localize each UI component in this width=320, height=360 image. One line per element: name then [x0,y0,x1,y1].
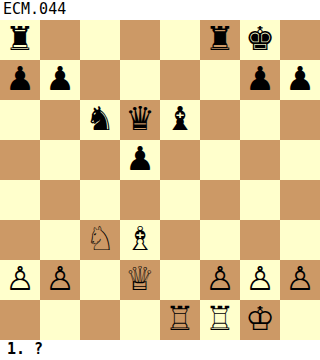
piece-white-pawn: ♙ [5,260,35,299]
square-f2[interactable]: ♙ [200,260,240,300]
piece-black-king: ♚ [245,20,275,59]
square-a1[interactable] [0,300,40,340]
square-h2[interactable]: ♙ [280,260,320,300]
square-d2[interactable]: ♕ [120,260,160,300]
square-d5[interactable]: ♟ [120,140,160,180]
square-a4[interactable] [0,180,40,220]
square-f7[interactable] [200,60,240,100]
square-b3[interactable] [40,220,80,260]
square-a5[interactable] [0,140,40,180]
piece-white-pawn: ♙ [45,260,75,299]
square-g8[interactable]: ♚ [240,20,280,60]
square-c5[interactable] [80,140,120,180]
square-d1[interactable] [120,300,160,340]
square-b2[interactable]: ♙ [40,260,80,300]
piece-black-bishop: ♝ [165,100,195,139]
square-h6[interactable] [280,100,320,140]
square-h7[interactable]: ♟ [280,60,320,100]
square-f4[interactable] [200,180,240,220]
piece-white-pawn: ♙ [285,260,315,299]
square-a2[interactable]: ♙ [0,260,40,300]
square-e8[interactable] [160,20,200,60]
square-b1[interactable] [40,300,80,340]
square-e1[interactable]: ♖ [160,300,200,340]
piece-white-knight: ♘ [85,220,115,259]
square-g7[interactable]: ♟ [240,60,280,100]
square-g3[interactable] [240,220,280,260]
piece-black-pawn: ♟ [245,60,275,99]
square-h8[interactable] [280,20,320,60]
square-h5[interactable] [280,140,320,180]
square-c1[interactable] [80,300,120,340]
piece-white-king: ♔ [245,300,275,339]
square-d4[interactable] [120,180,160,220]
square-a6[interactable] [0,100,40,140]
square-b5[interactable] [40,140,80,180]
square-a7[interactable]: ♟ [0,60,40,100]
piece-black-rook: ♜ [5,20,35,59]
piece-white-rook: ♖ [165,300,195,339]
square-f6[interactable] [200,100,240,140]
piece-black-queen: ♛ [125,100,155,139]
move-prompt: 1. ? [0,340,320,360]
square-c8[interactable] [80,20,120,60]
square-b6[interactable] [40,100,80,140]
chess-puzzle-window: ECM.044 ♜♜♚♟♟♟♟♞♛♝♟♘♗♙♙♕♙♙♙♖♖♔ 1. ? [0,0,320,360]
square-d6[interactable]: ♛ [120,100,160,140]
square-b7[interactable]: ♟ [40,60,80,100]
square-g4[interactable] [240,180,280,220]
square-g1[interactable]: ♔ [240,300,280,340]
square-c6[interactable]: ♞ [80,100,120,140]
square-e6[interactable]: ♝ [160,100,200,140]
piece-white-pawn: ♙ [245,260,275,299]
square-f8[interactable]: ♜ [200,20,240,60]
piece-black-pawn: ♟ [45,60,75,99]
piece-white-rook: ♖ [205,300,235,339]
square-e5[interactable] [160,140,200,180]
square-f5[interactable] [200,140,240,180]
square-b4[interactable] [40,180,80,220]
square-b8[interactable] [40,20,80,60]
square-e2[interactable] [160,260,200,300]
square-d7[interactable] [120,60,160,100]
square-e7[interactable] [160,60,200,100]
piece-white-bishop: ♗ [125,220,155,259]
piece-black-pawn: ♟ [5,60,35,99]
square-d3[interactable]: ♗ [120,220,160,260]
square-c3[interactable]: ♘ [80,220,120,260]
square-g5[interactable] [240,140,280,180]
puzzle-title: ECM.044 [0,0,320,20]
square-d8[interactable] [120,20,160,60]
square-h4[interactable] [280,180,320,220]
square-c4[interactable] [80,180,120,220]
square-h3[interactable] [280,220,320,260]
piece-white-queen: ♕ [125,260,155,299]
square-a8[interactable]: ♜ [0,20,40,60]
piece-white-pawn: ♙ [205,260,235,299]
square-f1[interactable]: ♖ [200,300,240,340]
square-h1[interactable] [280,300,320,340]
piece-black-pawn: ♟ [285,60,315,99]
square-e4[interactable] [160,180,200,220]
square-a3[interactable] [0,220,40,260]
square-c2[interactable] [80,260,120,300]
chess-board: ♜♜♚♟♟♟♟♞♛♝♟♘♗♙♙♕♙♙♙♖♖♔ [0,20,320,340]
square-e3[interactable] [160,220,200,260]
square-g2[interactable]: ♙ [240,260,280,300]
square-c7[interactable] [80,60,120,100]
square-g6[interactable] [240,100,280,140]
piece-black-pawn: ♟ [125,140,155,179]
piece-black-knight: ♞ [85,100,115,139]
piece-black-rook: ♜ [205,20,235,59]
square-f3[interactable] [200,220,240,260]
